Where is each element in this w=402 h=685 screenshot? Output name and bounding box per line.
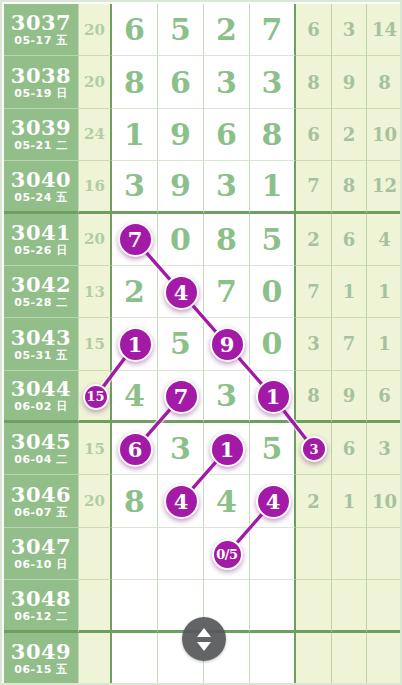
count-cell: 24 [79,109,112,161]
count-cell: 20 [79,214,112,266]
stat-cell-r3: 8 [367,56,402,108]
issue-date: 05-26 日 [14,245,68,257]
issue-number: 3039 [11,117,71,139]
issue-cell-3047: 304706-10 日 [4,528,79,580]
stat-cell-r2 [332,528,367,580]
stat-cell-r1 [296,633,332,685]
digit-cell-d2 [158,528,204,580]
digit-cell-d2: 0 [158,214,204,266]
marker-1-row7: 1 [118,327,153,362]
stat-cell-r3: 1 [367,318,402,370]
issue-cell-3041: 304105-26 日 [4,214,79,266]
issue-number: 3046 [11,484,71,506]
digit-cell-d4: 7 [250,4,296,56]
digit-cell-d1 [112,580,158,632]
issue-number: 3044 [11,378,71,400]
issue-date: 05-21 二 [14,140,68,152]
issue-cell-3044: 304406-02 日 [4,371,79,423]
issue-date: 06-15 五 [14,664,68,676]
marker-7-row5: 7 [118,222,153,257]
digit-cell-d1: 4 [112,371,158,423]
trend-chart-board: 303705-17 五2065276314303805-19 日20863389… [0,0,402,685]
stat-cell-r3: 12 [367,161,402,213]
stat-cell-r3: 6 [367,371,402,423]
digit-cell-d1 [112,528,158,580]
digit-cell-d1: 1 [112,109,158,161]
stat-cell-r1: 6 [296,4,332,56]
issue-date: 06-04 二 [14,454,68,466]
digit-cell-d4 [250,580,296,632]
digit-cell-d3: 4 [204,475,250,527]
stat-cell-r3: 4 [367,214,402,266]
marker-9-row7: 9 [210,327,245,362]
issue-number: 3037 [11,12,71,34]
count-cell [79,633,112,685]
stat-cell-r3: 10 [367,475,402,527]
stat-cell-r1: 7 [296,266,332,318]
stat-cell-r3: 1 [367,266,402,318]
stat-cell-r2 [332,633,367,685]
digit-cell-d4: 8 [250,109,296,161]
issue-cell-3045: 304506-04 二 [4,423,79,475]
issue-cell-3039: 303905-21 二 [4,109,79,161]
stat-cell-r1: 3 [296,318,332,370]
issue-number: 3045 [11,431,71,453]
digit-cell-d4: 0 [250,318,296,370]
stat-cell-r2: 1 [332,266,367,318]
issue-date: 05-28 二 [14,297,68,309]
issue-cell-3048: 304806-12 二 [4,580,79,632]
issue-cell-3042: 304205-28 二 [4,266,79,318]
digit-cell-d2: 9 [158,161,204,213]
issue-number: 3040 [11,169,71,191]
issue-cell-3040: 304005-24 五 [4,161,79,213]
digit-cell-d4: 5 [250,423,296,475]
arrow-up-icon [197,628,211,637]
marker-4-row6: 4 [164,275,199,310]
issue-cell-3043: 304305-31 五 [4,318,79,370]
digit-cell-d2: 5 [158,4,204,56]
stat-cell-r3 [367,580,402,632]
issue-date: 06-02 日 [14,401,68,413]
issue-date: 05-24 五 [14,192,68,204]
issue-cell-3038: 303805-19 日 [4,56,79,108]
stat-cell-r2 [332,580,367,632]
digit-cell-d3: 3 [204,371,250,423]
count-cell [79,580,112,632]
digit-cell-d1: 8 [112,56,158,108]
count-cell: 15 [79,318,112,370]
digit-cell-d4: 0 [250,266,296,318]
digit-cell-d3: 2 [204,4,250,56]
digit-cell-d4: 1 [250,161,296,213]
stat-cell-r2: 1 [332,475,367,527]
issue-cell-3049: 304906-15 五 [4,633,79,685]
stat-cell-r1: 2 [296,475,332,527]
stat-cell-r1: 7 [296,161,332,213]
issue-number: 3047 [11,536,71,558]
issue-cell-3037: 303705-17 五 [4,4,79,56]
digit-cell-d2: 3 [158,423,204,475]
digit-cell-d4: 5 [250,214,296,266]
stat-cell-r1 [296,580,332,632]
issue-number: 3043 [11,327,71,349]
digit-cell-d3: 6 [204,109,250,161]
stat-cell-r2: 2 [332,109,367,161]
digit-cell-d1: 6 [112,4,158,56]
digit-cell-d4 [250,528,296,580]
stat-cell-r1: 6 [296,109,332,161]
digit-cell-d4: 3 [250,56,296,108]
stat-cell-r3 [367,528,402,580]
count-cell: 15 [79,423,112,475]
stat-cell-r2: 9 [332,56,367,108]
digit-cell-d2: 9 [158,109,204,161]
issue-number: 3041 [11,222,71,244]
issue-date: 06-12 二 [14,611,68,623]
count-cell: 13 [79,266,112,318]
stat-cell-r2: 8 [332,161,367,213]
issue-number: 3038 [11,65,71,87]
digit-cell-d4 [250,633,296,685]
marker-0-5-row11: 0/5 [212,539,243,570]
marker-4-row10: 4 [256,484,291,519]
digit-cell-d3: 8 [204,214,250,266]
scroll-toggle-button[interactable] [182,617,226,661]
marker-15-row8: 15 [83,384,109,410]
digit-cell-d3: 3 [204,161,250,213]
stat-cell-r2: 9 [332,371,367,423]
count-cell: 20 [79,4,112,56]
digit-cell-d3: 7 [204,266,250,318]
digit-cell-d1 [112,633,158,685]
marker-4-row10: 4 [164,484,199,519]
marker-6-row9: 6 [118,432,153,467]
count-cell [79,528,112,580]
count-cell: 16 [79,161,112,213]
stat-cell-r1: 8 [296,56,332,108]
digit-cell-d2: 6 [158,56,204,108]
stat-cell-r3: 14 [367,4,402,56]
digit-cell-d1: 3 [112,161,158,213]
digit-cell-d1: 2 [112,266,158,318]
stat-cell-r3: 10 [367,109,402,161]
issue-date: 06-07 五 [14,507,68,519]
issue-number: 3049 [11,641,71,663]
count-cell: 20 [79,475,112,527]
stat-cell-r1: 2 [296,214,332,266]
count-cell: 20 [79,56,112,108]
issue-date: 05-31 五 [14,350,68,362]
digit-cell-d1: 8 [112,475,158,527]
digit-cell-d2: 5 [158,318,204,370]
trend-chart-grid: 303705-17 五2065276314303805-19 日20863389… [4,4,402,685]
marker-1-row9: 1 [210,432,245,467]
stat-cell-r3: 3 [367,423,402,475]
issue-date: 06-10 日 [14,559,68,571]
stat-cell-r2: 3 [332,4,367,56]
marker-7-row8: 7 [164,379,199,414]
stat-cell-r1 [296,528,332,580]
issue-number: 3048 [11,588,71,610]
stat-cell-r3 [367,633,402,685]
stat-cell-r2: 7 [332,318,367,370]
issue-cell-3046: 304606-07 五 [4,475,79,527]
issue-number: 3042 [11,274,71,296]
arrow-down-icon [197,642,211,651]
stat-cell-r1: 8 [296,371,332,423]
stat-cell-r2: 6 [332,214,367,266]
digit-cell-d3: 3 [204,56,250,108]
marker-1-row8: 1 [256,379,291,414]
issue-date: 05-17 五 [14,35,68,47]
stat-cell-r2: 6 [332,423,367,475]
issue-date: 05-19 日 [14,88,68,100]
